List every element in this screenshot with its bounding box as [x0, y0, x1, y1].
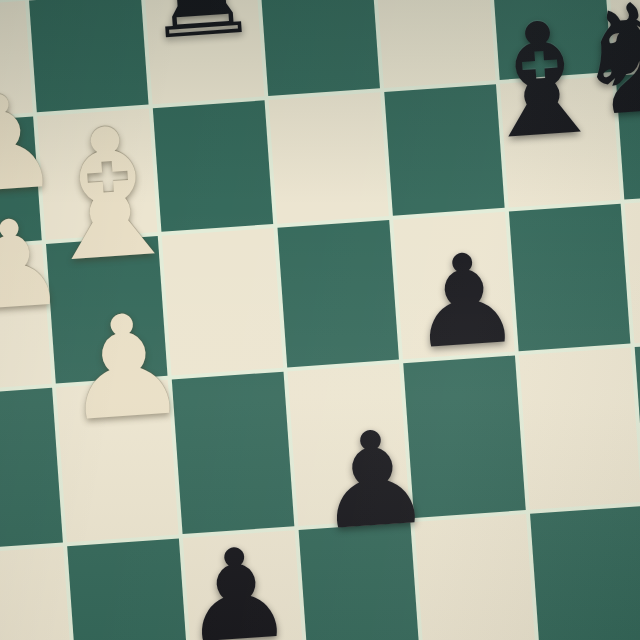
square-d6[interactable]: [277, 220, 398, 367]
piece-white-pawn-b5[interactable]: ♟: [57, 294, 192, 442]
square-d8[interactable]: [260, 0, 380, 96]
piece-black-knight-g7[interactable]: ♞: [566, 0, 640, 139]
piece-black-rook-c8[interactable]: ♜: [135, 0, 265, 60]
square-f4[interactable]: [530, 506, 640, 640]
square-f6[interactable]: [509, 204, 630, 351]
square-c5[interactable]: [172, 372, 295, 534]
square-d4[interactable]: ♟: [299, 522, 423, 640]
chess-board: ♜♟♝♞♟♝♟♟♟♟: [0, 0, 640, 640]
square-a4[interactable]: [0, 546, 75, 640]
piece-black-pawn-d4[interactable]: ♟: [311, 411, 436, 549]
chess-board-photo: ♜♟♝♞♟♝♟♟♟♟ Overhead photograph of a gree…: [0, 0, 640, 640]
square-b5[interactable]: ♟: [56, 380, 179, 542]
square-d7[interactable]: [269, 92, 389, 224]
piece-white-bishop-b6[interactable]: ♝: [23, 101, 195, 290]
square-g7[interactable]: ♞: [616, 68, 640, 200]
piece-black-pawn-c4[interactable]: ♟: [177, 529, 298, 640]
square-c4[interactable]: ♟: [183, 530, 307, 640]
square-f5[interactable]: [519, 347, 640, 509]
square-a5[interactable]: [0, 388, 63, 550]
piece-black-pawn-e5[interactable]: ♟: [405, 234, 526, 367]
square-b4[interactable]: [67, 538, 191, 640]
